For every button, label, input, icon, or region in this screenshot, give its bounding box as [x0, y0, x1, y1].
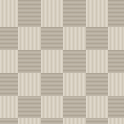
board-square[interactable]: [86, 27, 108, 50]
board-square[interactable]: [0, 27, 18, 50]
board-square[interactable]: [63, 0, 86, 27]
board-square[interactable]: [18, 118, 41, 124]
board-square[interactable]: [86, 96, 108, 118]
board-square[interactable]: [18, 73, 41, 96]
checkerboard: [0, 0, 124, 124]
board-square[interactable]: [63, 27, 86, 50]
board-square[interactable]: [108, 118, 124, 124]
board-square[interactable]: [0, 0, 18, 27]
board-square[interactable]: [108, 50, 124, 73]
board-square[interactable]: [0, 96, 18, 118]
board-square[interactable]: [41, 27, 63, 50]
board-square[interactable]: [18, 27, 41, 50]
board-square[interactable]: [0, 73, 18, 96]
board-square[interactable]: [86, 118, 108, 124]
board-square[interactable]: [41, 50, 63, 73]
board-square[interactable]: [41, 118, 63, 124]
board-square[interactable]: [108, 73, 124, 96]
board-square[interactable]: [0, 50, 18, 73]
board-square[interactable]: [41, 0, 63, 27]
board-square[interactable]: [18, 0, 41, 27]
board-square[interactable]: [63, 96, 86, 118]
board-square[interactable]: [86, 73, 108, 96]
board-square[interactable]: [86, 50, 108, 73]
board-square[interactable]: [18, 50, 41, 73]
board-square[interactable]: [63, 118, 86, 124]
board-square[interactable]: [108, 96, 124, 118]
board-square[interactable]: [63, 50, 86, 73]
board-square[interactable]: [63, 73, 86, 96]
board-square[interactable]: [41, 73, 63, 96]
board-square[interactable]: [18, 96, 41, 118]
board-square[interactable]: [108, 27, 124, 50]
board-square[interactable]: [41, 96, 63, 118]
board-square[interactable]: [108, 0, 124, 27]
board-square[interactable]: [0, 118, 18, 124]
board-square[interactable]: [86, 0, 108, 27]
